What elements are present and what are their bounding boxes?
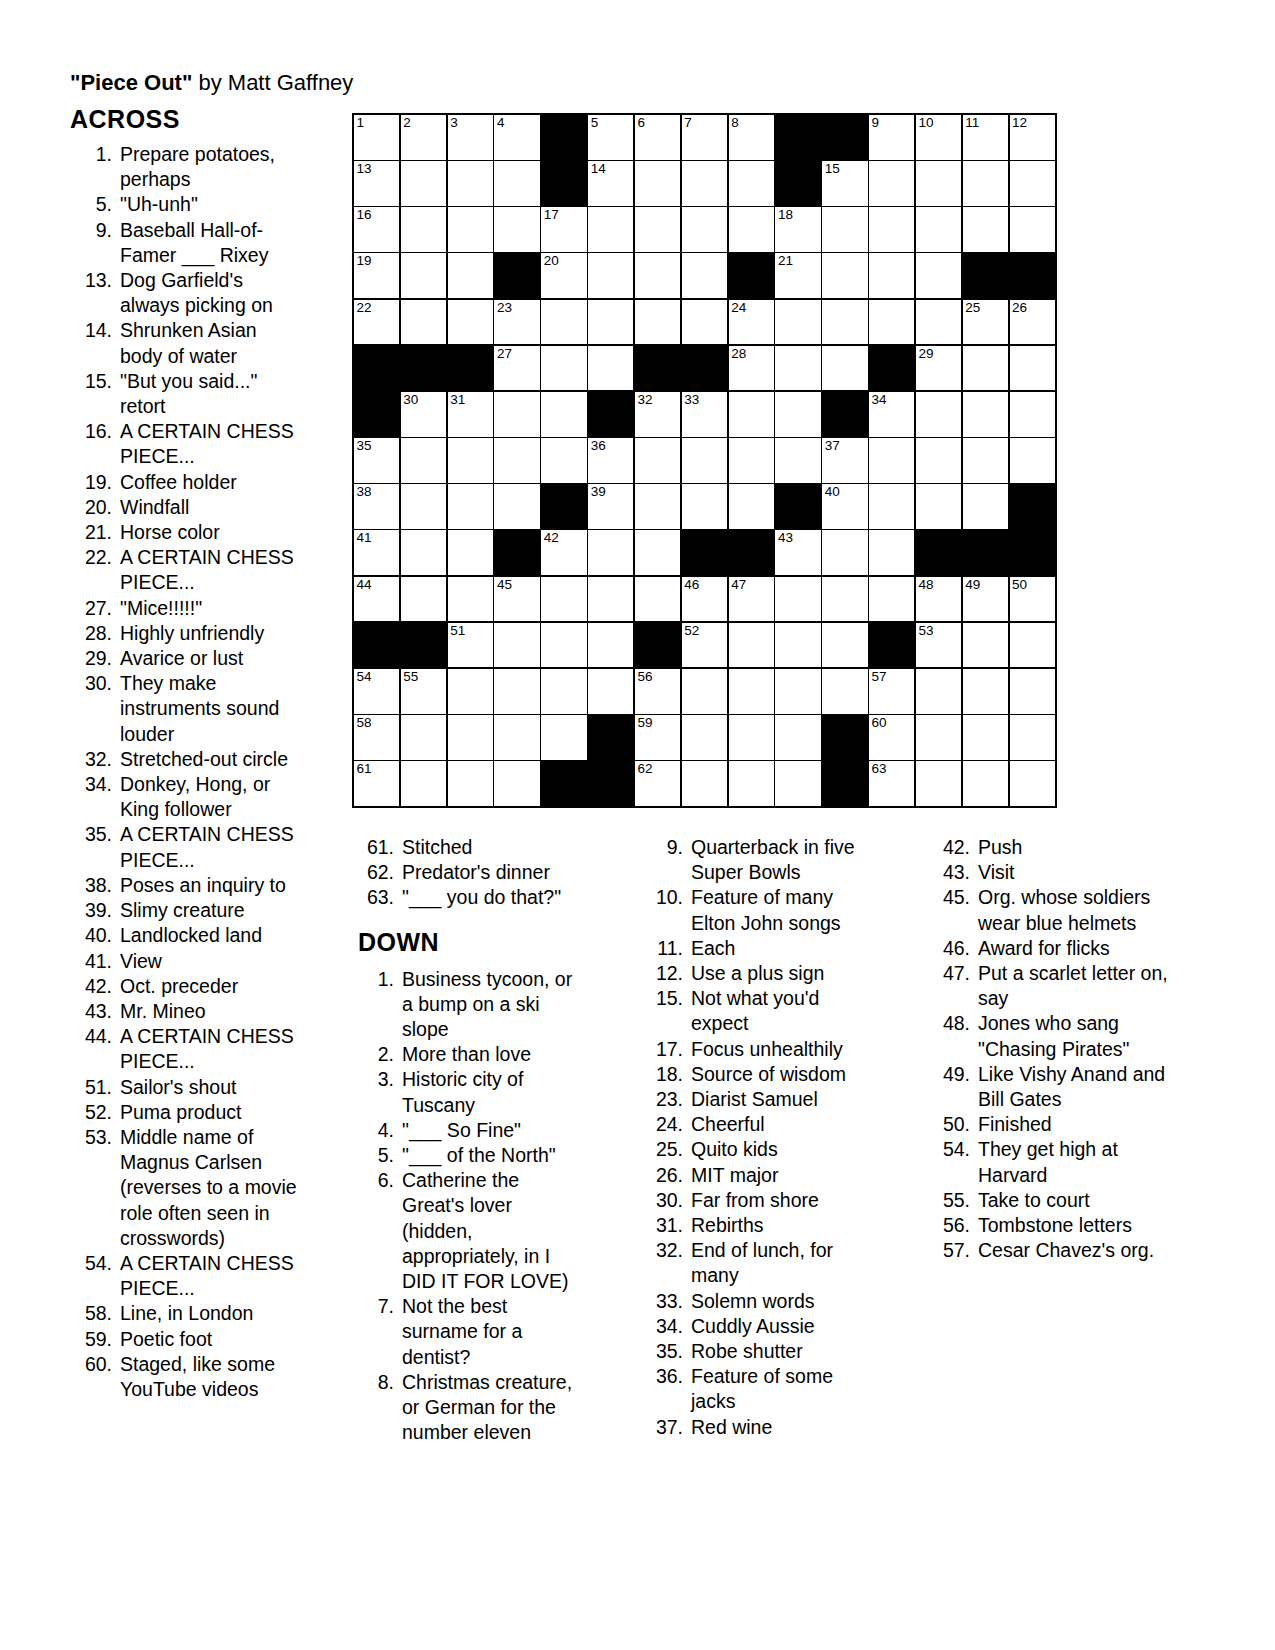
black-cell-r14c11 (822, 715, 867, 760)
clue-across-53: 53.Middle name of Magnus Carlsen (revers… (70, 1125, 310, 1251)
clue-text: Cuddly Aussie (691, 1314, 868, 1339)
cell-r1c6[interactable]: 5 (588, 115, 633, 160)
cell-r9c6[interactable]: 39 (588, 484, 633, 529)
cell-r3c10[interactable]: 18 (775, 207, 820, 252)
cell-r5c6[interactable] (588, 300, 633, 345)
clue-across-54: 54.A CERTAIN CHESS PIECE... (70, 1251, 310, 1301)
cell-r11c5[interactable] (541, 577, 586, 622)
cell-r4c11[interactable] (822, 253, 867, 298)
cell-r6c4[interactable]: 27 (494, 346, 539, 391)
cell-r1c13[interactable]: 10 (916, 115, 961, 160)
clue-down-36: 36.Feature of some jacks (645, 1364, 875, 1414)
cell-r8c5[interactable] (541, 438, 586, 483)
clue-down-9: 9.Quarterback in five Super Bowls (645, 835, 875, 885)
cell-r11c10[interactable] (775, 577, 820, 622)
cell-r15c8[interactable] (682, 761, 727, 806)
clue-number: 9. (645, 835, 683, 885)
cell-r9c4[interactable] (494, 484, 539, 529)
cell-r14c4[interactable] (494, 715, 539, 760)
cell-number: 28 (731, 346, 746, 362)
clue-number: 59. (70, 1327, 112, 1352)
cell-r6c6[interactable] (588, 346, 633, 391)
clue-text: "___ So Fine" (402, 1118, 579, 1143)
across-clue-list: 1.Prepare potatoes, perhaps5."Uh-unh"9.B… (70, 142, 310, 1402)
clue-number: 32. (645, 1238, 683, 1288)
cell-r9c11[interactable]: 40 (822, 484, 867, 529)
clue-text: Award for flicks (978, 936, 1168, 961)
cell-r9c2[interactable] (401, 484, 446, 529)
cell-number: 18 (778, 207, 793, 223)
cell-number: 9 (872, 115, 880, 131)
cell-r1c12[interactable]: 9 (869, 115, 914, 160)
cell-r2c4[interactable] (494, 161, 539, 206)
clue-across-42: 42.Oct. preceder (70, 974, 310, 999)
cell-r9c14[interactable] (963, 484, 1008, 529)
cell-r9c1[interactable]: 38 (354, 484, 399, 529)
down-clue-list-2: 9.Quarterback in five Super Bowls10.Feat… (645, 835, 875, 1440)
cell-r13c14[interactable] (963, 669, 1008, 714)
cell-r8c13[interactable] (916, 438, 961, 483)
cell-r8c7[interactable] (635, 438, 680, 483)
clue-number: 46. (928, 936, 970, 961)
cell-number: 2 (403, 115, 411, 131)
cell-r8c3[interactable] (448, 438, 493, 483)
clue-text: Rebirths (691, 1213, 868, 1238)
clue-text: "___ you do that?" (402, 885, 579, 910)
cell-r1c1[interactable]: 1 (354, 115, 399, 160)
cell-r12c9[interactable] (729, 623, 774, 668)
cell-r13c13[interactable] (916, 669, 961, 714)
cell-r8c11[interactable]: 37 (822, 438, 867, 483)
cell-r3c12[interactable] (869, 207, 914, 252)
cell-r12c13[interactable]: 53 (916, 623, 961, 668)
cell-r4c12[interactable] (869, 253, 914, 298)
clue-text: Diarist Samuel (691, 1087, 868, 1112)
clue-across-1: 1.Prepare potatoes, perhaps (70, 142, 310, 192)
cell-r14c7[interactable]: 59 (635, 715, 680, 760)
cell-r1c3[interactable]: 3 (448, 115, 493, 160)
clue-text: Each (691, 936, 868, 961)
clue-number: 44. (70, 1024, 112, 1074)
cell-r8c1[interactable]: 35 (354, 438, 399, 483)
cell-r3c9[interactable] (729, 207, 774, 252)
cell-r14c1[interactable]: 58 (354, 715, 399, 760)
cell-r2c14[interactable] (963, 161, 1008, 206)
cell-r11c12[interactable] (869, 577, 914, 622)
black-cell-r6c2 (401, 346, 446, 391)
cell-r5c4[interactable]: 23 (494, 300, 539, 345)
cell-number: 23 (497, 300, 512, 316)
cell-r11c11[interactable] (822, 577, 867, 622)
cell-r9c12[interactable] (869, 484, 914, 529)
cell-r6c5[interactable] (541, 346, 586, 391)
clue-text: Coffee holder (120, 470, 302, 495)
cell-r2c2[interactable] (401, 161, 446, 206)
clue-number: 30. (645, 1188, 683, 1213)
cell-r3c5[interactable]: 17 (541, 207, 586, 252)
clue-text: Visit (978, 860, 1168, 885)
cell-r3c7[interactable] (635, 207, 680, 252)
cell-r12c3[interactable]: 51 (448, 623, 493, 668)
cell-r2c1[interactable]: 13 (354, 161, 399, 206)
cell-r12c15[interactable] (1010, 623, 1055, 668)
puzzle-title: "Piece Out" by Matt Gaffney (70, 70, 353, 96)
clue-down-10: 10.Feature of many Elton John songs (645, 885, 875, 935)
clue-number: 57. (928, 1238, 970, 1263)
cell-r15c7[interactable]: 62 (635, 761, 680, 806)
clue-number: 17. (645, 1037, 683, 1062)
cell-r7c15[interactable] (1010, 392, 1055, 437)
cell-r7c9[interactable] (729, 392, 774, 437)
cell-r10c10[interactable]: 43 (775, 530, 820, 575)
cell-r7c12[interactable]: 34 (869, 392, 914, 437)
cell-r13c9[interactable] (729, 669, 774, 714)
cell-r10c1[interactable]: 41 (354, 530, 399, 575)
cell-r15c15[interactable] (1010, 761, 1055, 806)
cell-r1c4[interactable]: 4 (494, 115, 539, 160)
clue-across-21: 21.Horse color (70, 520, 310, 545)
cell-r9c9[interactable] (729, 484, 774, 529)
cell-r14c13[interactable] (916, 715, 961, 760)
cell-r1c2[interactable]: 2 (401, 115, 446, 160)
clue-across-62: 62.Predator's dinner (358, 860, 586, 885)
clue-number: 48. (928, 1011, 970, 1061)
cell-r5c9[interactable]: 24 (729, 300, 774, 345)
cell-r6c11[interactable] (822, 346, 867, 391)
cell-r11c7[interactable] (635, 577, 680, 622)
cell-r8c2[interactable] (401, 438, 446, 483)
cell-r7c14[interactable] (963, 392, 1008, 437)
cell-r5c11[interactable] (822, 300, 867, 345)
cell-r14c12[interactable]: 60 (869, 715, 914, 760)
cell-r13c10[interactable] (775, 669, 820, 714)
cell-r10c3[interactable] (448, 530, 493, 575)
cell-r14c2[interactable] (401, 715, 446, 760)
clue-across-39: 39.Slimy creature (70, 898, 310, 923)
cell-r7c5[interactable] (541, 392, 586, 437)
cell-r2c6[interactable]: 14 (588, 161, 633, 206)
cell-r3c4[interactable] (494, 207, 539, 252)
cell-number: 59 (637, 715, 652, 731)
black-cell-r6c1 (354, 346, 399, 391)
black-cell-r4c9 (729, 253, 774, 298)
cell-r8c6[interactable]: 36 (588, 438, 633, 483)
clue-across-40: 40.Landlocked land (70, 923, 310, 948)
cell-r5c5[interactable] (541, 300, 586, 345)
clue-number: 15. (70, 369, 112, 419)
clue-text: Donkey, Hong, or King follower (120, 772, 302, 822)
clue-number: 2. (358, 1042, 394, 1067)
clue-number: 35. (645, 1339, 683, 1364)
clue-down-56: 56.Tombstone letters (928, 1213, 1173, 1238)
cell-r1c8[interactable]: 7 (682, 115, 727, 160)
clue-text: They get high at Harvard (978, 1137, 1168, 1187)
black-cell-r15c5 (541, 761, 586, 806)
cell-r1c7[interactable]: 6 (635, 115, 680, 160)
cell-r15c1[interactable]: 61 (354, 761, 399, 806)
cell-r4c13[interactable] (916, 253, 961, 298)
cell-number: 35 (357, 438, 372, 454)
clue-number: 11. (645, 936, 683, 961)
cell-r7c8[interactable]: 33 (682, 392, 727, 437)
cell-r12c6[interactable] (588, 623, 633, 668)
cell-number: 10 (918, 115, 933, 131)
cell-r6c15[interactable] (1010, 346, 1055, 391)
cell-r11c14[interactable]: 49 (963, 577, 1008, 622)
cell-r4c7[interactable] (635, 253, 680, 298)
cell-number: 39 (591, 484, 606, 500)
cell-r1c14[interactable]: 11 (963, 115, 1008, 160)
cell-r9c7[interactable] (635, 484, 680, 529)
cell-r11c4[interactable]: 45 (494, 577, 539, 622)
clue-down-32: 32.End of lunch, for many (645, 1238, 875, 1288)
clue-text: Red wine (691, 1415, 868, 1440)
cell-r12c5[interactable] (541, 623, 586, 668)
cell-r12c14[interactable] (963, 623, 1008, 668)
cell-r15c10[interactable] (775, 761, 820, 806)
cell-r4c1[interactable]: 19 (354, 253, 399, 298)
cell-r14c5[interactable] (541, 715, 586, 760)
cell-r13c6[interactable] (588, 669, 633, 714)
cell-r3c13[interactable] (916, 207, 961, 252)
cell-r9c8[interactable] (682, 484, 727, 529)
cell-r15c12[interactable]: 63 (869, 761, 914, 806)
cell-r4c3[interactable] (448, 253, 493, 298)
clue-number: 63. (358, 885, 394, 910)
cell-r8c9[interactable] (729, 438, 774, 483)
clue-number: 34. (70, 772, 112, 822)
cell-r13c8[interactable] (682, 669, 727, 714)
cell-r11c3[interactable] (448, 577, 493, 622)
crossword-grid[interactable]: 1234567891011121314151617181920212223242… (352, 113, 1057, 808)
cell-r1c9[interactable]: 8 (729, 115, 774, 160)
clue-text: Feature of many Elton John songs (691, 885, 868, 935)
clue-text: A CERTAIN CHESS PIECE... (120, 419, 302, 469)
cell-r7c2[interactable]: 30 (401, 392, 446, 437)
cell-r13c5[interactable] (541, 669, 586, 714)
clue-down-37: 37.Red wine (645, 1415, 875, 1440)
cell-r4c5[interactable]: 20 (541, 253, 586, 298)
clue-down-43: 43.Visit (928, 860, 1173, 885)
cell-r13c3[interactable] (448, 669, 493, 714)
clue-number: 14. (70, 318, 112, 368)
clue-text: Catherine the Great's lover (hidden, app… (402, 1168, 579, 1294)
clue-number: 31. (645, 1213, 683, 1238)
cell-r10c12[interactable] (869, 530, 914, 575)
clue-down-50: 50.Finished (928, 1112, 1173, 1137)
clue-across-16: 16.A CERTAIN CHESS PIECE... (70, 419, 310, 469)
cell-r10c2[interactable] (401, 530, 446, 575)
cell-number: 22 (357, 300, 372, 316)
cell-r3c3[interactable] (448, 207, 493, 252)
cell-r6c10[interactable] (775, 346, 820, 391)
cell-r10c5[interactable]: 42 (541, 530, 586, 575)
cell-r9c3[interactable] (448, 484, 493, 529)
cell-number: 53 (918, 623, 933, 639)
cell-r14c15[interactable] (1010, 715, 1055, 760)
cell-number: 54 (357, 669, 372, 685)
cell-r15c14[interactable] (963, 761, 1008, 806)
cell-r5c2[interactable] (401, 300, 446, 345)
clue-text: Source of wisdom (691, 1062, 868, 1087)
clue-text: Prepare potatoes, perhaps (120, 142, 302, 192)
cell-r8c15[interactable] (1010, 438, 1055, 483)
cell-r13c7[interactable]: 56 (635, 669, 680, 714)
clue-text: Predator's dinner (402, 860, 579, 885)
cell-r1c15[interactable]: 12 (1010, 115, 1055, 160)
cell-r14c10[interactable] (775, 715, 820, 760)
cell-r2c7[interactable] (635, 161, 680, 206)
cell-number: 14 (591, 161, 606, 177)
clue-number: 39. (70, 898, 112, 923)
cell-r13c11[interactable] (822, 669, 867, 714)
cell-number: 55 (403, 669, 418, 685)
cell-r10c11[interactable] (822, 530, 867, 575)
cell-r8c10[interactable] (775, 438, 820, 483)
cell-number: 34 (872, 392, 887, 408)
black-cell-r9c15 (1010, 484, 1055, 529)
clue-number: 10. (645, 885, 683, 935)
clue-text: Org. whose soldiers wear blue helmets (978, 885, 1168, 935)
clue-down-2: 2.More than love (358, 1042, 586, 1067)
cell-r7c7[interactable]: 32 (635, 392, 680, 437)
cell-number: 29 (918, 346, 933, 362)
cell-r11c9[interactable]: 47 (729, 577, 774, 622)
cell-r2c8[interactable] (682, 161, 727, 206)
cell-r13c1[interactable]: 54 (354, 669, 399, 714)
cell-r12c11[interactable] (822, 623, 867, 668)
clue-text: Take to court (978, 1188, 1168, 1213)
clue-number: 38. (70, 873, 112, 898)
cell-r5c13[interactable] (916, 300, 961, 345)
clue-number: 12. (645, 961, 683, 986)
clue-number: 3. (358, 1067, 394, 1117)
cell-r2c9[interactable] (729, 161, 774, 206)
cell-r12c4[interactable] (494, 623, 539, 668)
cell-r14c14[interactable] (963, 715, 1008, 760)
cell-r8c14[interactable] (963, 438, 1008, 483)
clue-number: 49. (928, 1062, 970, 1112)
cell-number: 44 (357, 577, 372, 593)
cell-r6c14[interactable] (963, 346, 1008, 391)
cell-r4c8[interactable] (682, 253, 727, 298)
clue-text: "___ of the North" (402, 1143, 579, 1168)
cell-r12c10[interactable] (775, 623, 820, 668)
cell-r11c6[interactable] (588, 577, 633, 622)
black-cell-r15c11 (822, 761, 867, 806)
clue-down-3: 3.Historic city of Tuscany (358, 1067, 586, 1117)
black-cell-r10c15 (1010, 530, 1055, 575)
cell-r12c8[interactable]: 52 (682, 623, 727, 668)
cell-r3c2[interactable] (401, 207, 446, 252)
cell-r4c2[interactable] (401, 253, 446, 298)
cell-r15c9[interactable] (729, 761, 774, 806)
cell-r3c8[interactable] (682, 207, 727, 252)
cell-r15c13[interactable] (916, 761, 961, 806)
across-heading: ACROSS (70, 105, 310, 134)
cell-r2c13[interactable] (916, 161, 961, 206)
cell-r13c15[interactable] (1010, 669, 1055, 714)
cell-r11c8[interactable]: 46 (682, 577, 727, 622)
cell-r2c12[interactable] (869, 161, 914, 206)
cell-r9c13[interactable] (916, 484, 961, 529)
cell-r13c2[interactable]: 55 (401, 669, 446, 714)
cell-r4c6[interactable] (588, 253, 633, 298)
cell-r5c8[interactable] (682, 300, 727, 345)
cell-r10c6[interactable] (588, 530, 633, 575)
cell-r5c12[interactable] (869, 300, 914, 345)
cell-r3c15[interactable] (1010, 207, 1055, 252)
clue-text: Christmas creature, or German for the nu… (402, 1370, 579, 1446)
cell-r5c7[interactable] (635, 300, 680, 345)
clue-text: Put a scarlet letter on, say (978, 961, 1168, 1011)
cell-r7c10[interactable] (775, 392, 820, 437)
cell-r5c1[interactable]: 22 (354, 300, 399, 345)
cell-r5c10[interactable] (775, 300, 820, 345)
cell-r13c12[interactable]: 57 (869, 669, 914, 714)
cell-r11c15[interactable]: 50 (1010, 577, 1055, 622)
cell-r5c14[interactable]: 25 (963, 300, 1008, 345)
cell-r3c11[interactable] (822, 207, 867, 252)
clue-number: 26. (645, 1163, 683, 1188)
cell-r5c15[interactable]: 26 (1010, 300, 1055, 345)
cell-number: 5 (591, 115, 599, 131)
clue-text: Historic city of Tuscany (402, 1067, 579, 1117)
cell-r3c1[interactable]: 16 (354, 207, 399, 252)
cell-r10c7[interactable] (635, 530, 680, 575)
clue-number: 43. (70, 999, 112, 1024)
cell-r15c3[interactable] (448, 761, 493, 806)
clue-across-35: 35.A CERTAIN CHESS PIECE... (70, 822, 310, 872)
cell-r6c9[interactable]: 28 (729, 346, 774, 391)
cell-r15c4[interactable] (494, 761, 539, 806)
cell-r5c3[interactable] (448, 300, 493, 345)
clue-number: 24. (645, 1112, 683, 1137)
clue-number: 5. (70, 192, 112, 217)
cell-r14c8[interactable] (682, 715, 727, 760)
clue-text: Robe shutter (691, 1339, 868, 1364)
cell-r7c3[interactable]: 31 (448, 392, 493, 437)
cell-r8c12[interactable] (869, 438, 914, 483)
cell-r8c8[interactable] (682, 438, 727, 483)
down-heading: DOWN (358, 928, 586, 957)
clue-number: 42. (928, 835, 970, 860)
cell-r7c13[interactable] (916, 392, 961, 437)
clue-text: Middle name of Magnus Carlsen (reverses … (120, 1125, 302, 1251)
cell-r15c2[interactable] (401, 761, 446, 806)
cell-r6c13[interactable]: 29 (916, 346, 961, 391)
cell-r4c10[interactable]: 21 (775, 253, 820, 298)
clue-down-1: 1.Business tycoon, or a bump on a ski sl… (358, 967, 586, 1043)
cell-r2c15[interactable] (1010, 161, 1055, 206)
cell-r14c3[interactable] (448, 715, 493, 760)
cell-r13c4[interactable] (494, 669, 539, 714)
cell-r8c4[interactable] (494, 438, 539, 483)
cell-number: 60 (872, 715, 887, 731)
cell-number: 12 (1012, 115, 1027, 131)
cell-r3c6[interactable] (588, 207, 633, 252)
cell-r11c2[interactable] (401, 577, 446, 622)
cell-r3c14[interactable] (963, 207, 1008, 252)
cell-r14c9[interactable] (729, 715, 774, 760)
cell-r11c13[interactable]: 48 (916, 577, 961, 622)
cell-r11c1[interactable]: 44 (354, 577, 399, 622)
cell-r2c11[interactable]: 15 (822, 161, 867, 206)
down-clue-list-1: 1.Business tycoon, or a bump on a ski sl… (358, 967, 586, 1446)
cell-r7c4[interactable] (494, 392, 539, 437)
cell-r2c3[interactable] (448, 161, 493, 206)
clue-down-12: 12.Use a plus sign (645, 961, 875, 986)
